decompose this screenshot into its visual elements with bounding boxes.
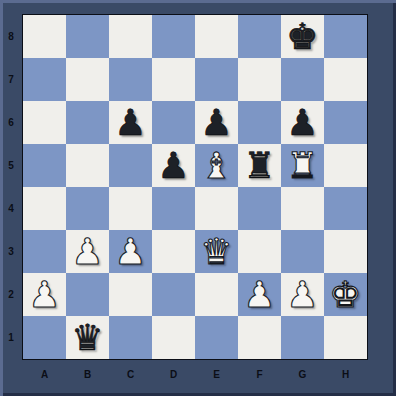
square-e8[interactable] [195,15,238,58]
square-a4[interactable] [23,187,66,230]
file-label-D: D [152,361,195,387]
file-labels: ABCDEFGH [23,361,367,387]
square-g4[interactable] [281,187,324,230]
black-pawn[interactable]: ♟ [200,101,232,144]
white-rook[interactable]: ♜ [286,144,318,187]
black-queen[interactable]: ♛ [71,316,103,359]
white-pawn[interactable]: ♟ [243,273,275,316]
square-h5[interactable] [324,144,367,187]
square-e2[interactable] [195,273,238,316]
white-bishop[interactable]: ♝ [200,144,232,187]
rank-label-4: 4 [0,187,22,230]
square-f1[interactable] [238,316,281,359]
square-h4[interactable] [324,187,367,230]
square-g8[interactable]: ♚ [281,15,324,58]
square-c4[interactable] [109,187,152,230]
rank-label-1: 1 [0,316,22,359]
square-f4[interactable] [238,187,281,230]
file-label-G: G [281,361,324,387]
square-b2[interactable] [66,273,109,316]
black-pawn[interactable]: ♟ [114,101,146,144]
black-pawn[interactable]: ♟ [157,144,189,187]
square-d7[interactable] [152,58,195,101]
square-a6[interactable] [23,101,66,144]
white-pawn[interactable]: ♟ [28,273,60,316]
square-c7[interactable] [109,58,152,101]
square-e3[interactable]: ♛ [195,230,238,273]
square-h3[interactable] [324,230,367,273]
square-c6[interactable]: ♟ [109,101,152,144]
white-queen[interactable]: ♛ [200,230,232,273]
square-c5[interactable] [109,144,152,187]
square-h2[interactable]: ♚ [324,273,367,316]
rank-label-2: 2 [0,273,22,316]
square-f6[interactable] [238,101,281,144]
file-label-A: A [23,361,66,387]
chess-board-frame: 87654321 ♚♟♟♟♟♝♜♜♟♟♛♟♟♟♚♛ ABCDEFGH [0,0,396,396]
file-label-E: E [195,361,238,387]
black-pawn[interactable]: ♟ [286,101,318,144]
file-label-F: F [238,361,281,387]
square-c1[interactable] [109,316,152,359]
square-g2[interactable]: ♟ [281,273,324,316]
white-pawn[interactable]: ♟ [71,230,103,273]
square-f7[interactable] [238,58,281,101]
square-g3[interactable] [281,230,324,273]
square-b5[interactable] [66,144,109,187]
square-c8[interactable] [109,15,152,58]
square-a3[interactable] [23,230,66,273]
white-king[interactable]: ♚ [329,273,361,316]
square-b4[interactable] [66,187,109,230]
square-b3[interactable]: ♟ [66,230,109,273]
square-f8[interactable] [238,15,281,58]
file-label-C: C [109,361,152,387]
square-b8[interactable] [66,15,109,58]
white-pawn[interactable]: ♟ [114,230,146,273]
square-g6[interactable]: ♟ [281,101,324,144]
square-a7[interactable] [23,58,66,101]
file-label-H: H [324,361,367,387]
square-a1[interactable] [23,316,66,359]
square-d6[interactable] [152,101,195,144]
square-d1[interactable] [152,316,195,359]
square-f5[interactable]: ♜ [238,144,281,187]
square-d4[interactable] [152,187,195,230]
rank-labels: 87654321 [0,15,22,359]
square-d2[interactable] [152,273,195,316]
square-g5[interactable]: ♜ [281,144,324,187]
square-a8[interactable] [23,15,66,58]
square-d3[interactable] [152,230,195,273]
square-e5[interactable]: ♝ [195,144,238,187]
square-e7[interactable] [195,58,238,101]
black-rook[interactable]: ♜ [243,144,275,187]
square-e6[interactable]: ♟ [195,101,238,144]
square-b1[interactable]: ♛ [66,316,109,359]
square-b7[interactable] [66,58,109,101]
square-h8[interactable] [324,15,367,58]
rank-label-7: 7 [0,58,22,101]
rank-label-5: 5 [0,144,22,187]
square-d5[interactable]: ♟ [152,144,195,187]
square-h7[interactable] [324,58,367,101]
square-g1[interactable] [281,316,324,359]
file-label-B: B [66,361,109,387]
white-pawn[interactable]: ♟ [286,273,318,316]
square-b6[interactable] [66,101,109,144]
black-king[interactable]: ♚ [286,15,318,58]
square-h1[interactable] [324,316,367,359]
square-f3[interactable] [238,230,281,273]
square-a2[interactable]: ♟ [23,273,66,316]
square-e4[interactable] [195,187,238,230]
square-d8[interactable] [152,15,195,58]
square-c2[interactable] [109,273,152,316]
square-f2[interactable]: ♟ [238,273,281,316]
square-c3[interactable]: ♟ [109,230,152,273]
square-a5[interactable] [23,144,66,187]
rank-label-8: 8 [0,15,22,58]
square-h6[interactable] [324,101,367,144]
rank-label-3: 3 [0,230,22,273]
square-e1[interactable] [195,316,238,359]
square-g7[interactable] [281,58,324,101]
chess-board: ♚♟♟♟♟♝♜♜♟♟♛♟♟♟♚♛ [22,14,368,360]
rank-label-6: 6 [0,101,22,144]
